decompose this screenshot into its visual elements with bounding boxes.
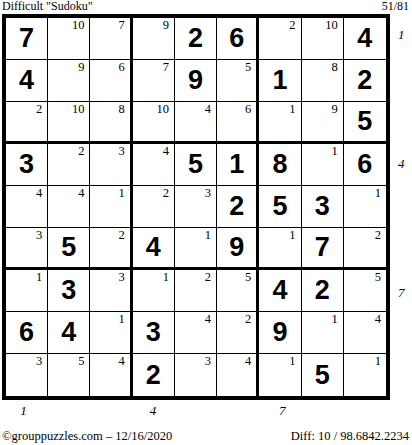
- cell-r7c7[interactable]: 4: [259, 270, 301, 312]
- cell-r8c3[interactable]: 1: [90, 312, 132, 354]
- pencil-mark: 1: [332, 145, 338, 158]
- cell-r5c5[interactable]: 3: [175, 186, 217, 228]
- solved-digit: 3: [6, 144, 47, 185]
- cell-r4c4[interactable]: 4: [133, 144, 175, 186]
- cell-r4c3[interactable]: 3: [90, 144, 132, 186]
- solved-digit: 2: [344, 60, 386, 101]
- cell-r7c2[interactable]: 3: [48, 270, 90, 312]
- cell-r3c3[interactable]: 8: [90, 102, 132, 144]
- cell-r5c8[interactable]: 3: [302, 186, 344, 228]
- cell-r3c7[interactable]: 1: [259, 102, 301, 144]
- sudoku-board: 7107926210449679518221081046195323451816…: [2, 14, 390, 400]
- cell-r9c8[interactable]: 5: [302, 354, 344, 396]
- col-marker-7: 7: [279, 404, 286, 418]
- solved-digit: 5: [175, 144, 216, 185]
- pencil-mark: 3: [205, 187, 211, 200]
- header: Difficult "Sudoku" 51/81: [2, 0, 409, 13]
- pencil-mark: 9: [332, 103, 338, 116]
- cell-r5c4[interactable]: 2: [133, 186, 175, 228]
- cell-r8c4[interactable]: 3: [133, 312, 175, 354]
- cell-r3c8[interactable]: 9: [302, 102, 344, 144]
- copyright-text: ©grouppuzzles.com – 12/16/2020: [2, 429, 172, 443]
- cell-r9c6[interactable]: 4: [217, 354, 259, 396]
- cell-r5c9[interactable]: 1: [344, 186, 386, 228]
- cell-r1c6[interactable]: 6: [217, 18, 259, 60]
- difficulty-text: Diff: 10 / 98.6842.2234: [291, 429, 409, 443]
- pencil-mark: 4: [118, 355, 124, 368]
- cell-r7c8[interactable]: 2: [302, 270, 344, 312]
- cell-r9c4[interactable]: 2: [133, 354, 175, 396]
- cell-r8c1[interactable]: 6: [6, 312, 48, 354]
- cell-r7c1[interactable]: 1: [6, 270, 48, 312]
- pencil-mark: 7: [163, 61, 169, 74]
- cell-r9c3[interactable]: 4: [90, 354, 132, 396]
- solved-digit: 6: [6, 312, 47, 353]
- cell-r8c5[interactable]: 4: [175, 312, 217, 354]
- cell-r4c5[interactable]: 5: [175, 144, 217, 186]
- cell-r9c2[interactable]: 5: [48, 354, 90, 396]
- solved-digit: 4: [6, 60, 47, 101]
- cell-r7c3[interactable]: 3: [90, 270, 132, 312]
- cell-r1c9[interactable]: 4: [344, 18, 386, 60]
- solved-digit: 2: [217, 186, 256, 227]
- pencil-mark: 5: [78, 355, 84, 368]
- solved-digit: 6: [217, 18, 256, 59]
- cell-r1c5[interactable]: 2: [175, 18, 217, 60]
- pencil-mark: 1: [289, 229, 295, 242]
- cell-r4c2[interactable]: 2: [48, 144, 90, 186]
- pencil-mark: 3: [118, 145, 124, 158]
- pencil-mark: 2: [205, 271, 211, 284]
- cell-r3c4[interactable]: 10: [133, 102, 175, 144]
- cell-r4c7[interactable]: 8: [259, 144, 301, 186]
- cell-r6c8[interactable]: 7: [302, 228, 344, 270]
- row-marker-4: 4: [398, 157, 405, 171]
- cell-r2c5[interactable]: 9: [175, 60, 217, 102]
- board-area: 7107926210449679518221081046195323451816…: [2, 14, 390, 400]
- pencil-mark: 5: [245, 271, 251, 284]
- solved-digit: 1: [259, 60, 300, 101]
- pencil-mark: 4: [163, 145, 169, 158]
- cell-r4c8[interactable]: 1: [302, 144, 344, 186]
- row-marker-1: 1: [398, 28, 405, 42]
- cell-r7c4[interactable]: 1: [133, 270, 175, 312]
- cell-r3c5[interactable]: 4: [175, 102, 217, 144]
- solved-digit: 5: [344, 102, 386, 141]
- cell-r2c9[interactable]: 2: [344, 60, 386, 102]
- col-marker-4: 4: [150, 404, 157, 418]
- pencil-mark: 2: [289, 19, 295, 32]
- cell-r2c1[interactable]: 4: [6, 60, 48, 102]
- pencil-mark: 8: [118, 103, 124, 116]
- cell-r7c5[interactable]: 2: [175, 270, 217, 312]
- pencil-mark: 8: [332, 61, 338, 74]
- pencil-mark: 3: [118, 271, 124, 284]
- page-title: Difficult "Sudoku": [2, 0, 93, 13]
- pencil-mark: 1: [36, 271, 42, 284]
- cell-r8c8[interactable]: 1: [302, 312, 344, 354]
- pencil-mark: 3: [36, 355, 42, 368]
- solved-digit: 2: [133, 354, 174, 396]
- cell-r1c8[interactable]: 10: [302, 18, 344, 60]
- solved-digit: 7: [6, 18, 47, 59]
- cell-r3c1[interactable]: 2: [6, 102, 48, 144]
- pencil-mark: 1: [205, 229, 211, 242]
- cell-r2c6[interactable]: 5: [217, 60, 259, 102]
- cell-r3c2[interactable]: 10: [48, 102, 90, 144]
- cell-r5c3[interactable]: 1: [90, 186, 132, 228]
- cell-r2c7[interactable]: 1: [259, 60, 301, 102]
- pencil-mark: 2: [118, 229, 124, 242]
- cell-r6c3[interactable]: 2: [90, 228, 132, 270]
- cell-r7c9[interactable]: 5: [344, 270, 386, 312]
- pencil-mark: 4: [36, 187, 42, 200]
- solved-digit: 5: [259, 186, 300, 227]
- cell-r6c2[interactable]: 5: [48, 228, 90, 270]
- cell-r6c1[interactable]: 3: [6, 228, 48, 270]
- pencil-mark: 4: [245, 355, 251, 368]
- cell-r6c4[interactable]: 4: [133, 228, 175, 270]
- pencil-mark: 1: [118, 313, 124, 326]
- footer: ©grouppuzzles.com – 12/16/2020 Diff: 10 …: [2, 429, 409, 443]
- row-marker-7: 7: [398, 286, 405, 300]
- solved-digit: 3: [133, 312, 174, 353]
- pencil-mark: 9: [163, 19, 169, 32]
- cell-r2c4[interactable]: 7: [133, 60, 175, 102]
- solved-digit: 4: [259, 270, 300, 311]
- pencil-mark: 2: [245, 313, 251, 326]
- pencil-mark: 4: [205, 313, 211, 326]
- cell-r1c7[interactable]: 2: [259, 18, 301, 60]
- solved-digit: 8: [259, 144, 300, 185]
- pencil-mark: 10: [156, 103, 169, 116]
- cell-r3c6[interactable]: 6: [217, 102, 259, 144]
- pencil-mark: 4: [78, 187, 84, 200]
- pencil-mark: 1: [375, 187, 381, 200]
- pencil-mark: 3: [205, 355, 211, 368]
- solved-digit: 4: [48, 312, 89, 353]
- pencil-mark: 5: [245, 61, 251, 74]
- solved-digit: 6: [344, 144, 386, 185]
- cell-r2c3[interactable]: 6: [90, 60, 132, 102]
- solved-digit: 7: [302, 228, 343, 267]
- pencil-mark: 2: [36, 103, 42, 116]
- cell-r1c4[interactable]: 9: [133, 18, 175, 60]
- cell-r9c9[interactable]: 1: [344, 354, 386, 396]
- pencil-mark: 7: [118, 19, 124, 32]
- cell-r9c5[interactable]: 3: [175, 354, 217, 396]
- pencil-mark: 2: [163, 187, 169, 200]
- pencil-mark: 10: [72, 103, 85, 116]
- solved-digit: 2: [302, 270, 343, 311]
- solved-digit: 3: [302, 186, 343, 227]
- cell-r3c9[interactable]: 5: [344, 102, 386, 144]
- pencil-mark: 1: [375, 355, 381, 368]
- pencil-mark: 1: [118, 187, 124, 200]
- cell-r4c9[interactable]: 6: [344, 144, 386, 186]
- cell-r5c1[interactable]: 4: [6, 186, 48, 228]
- solved-digit: 5: [302, 354, 343, 396]
- pencil-mark: 2: [375, 229, 381, 242]
- cell-r5c6[interactable]: 2: [217, 186, 259, 228]
- cell-r2c2[interactable]: 9: [48, 60, 90, 102]
- pencil-mark: 6: [118, 61, 124, 74]
- cell-r1c1[interactable]: 7: [6, 18, 48, 60]
- cell-r8c9[interactable]: 4: [344, 312, 386, 354]
- sudoku-page: Difficult "Sudoku" 51/81 710792621044967…: [0, 0, 412, 445]
- cell-r6c6[interactable]: 9: [217, 228, 259, 270]
- cell-r9c7[interactable]: 1: [259, 354, 301, 396]
- solved-digit: 2: [175, 18, 216, 59]
- pencil-mark: 5: [375, 271, 381, 284]
- col-marker-1: 1: [20, 404, 27, 418]
- cell-r1c3[interactable]: 7: [90, 18, 132, 60]
- pencil-mark: 10: [325, 19, 338, 32]
- cell-r5c7[interactable]: 5: [259, 186, 301, 228]
- solved-digit: 9: [259, 312, 300, 353]
- cell-r6c5[interactable]: 1: [175, 228, 217, 270]
- solved-digit: 9: [175, 60, 216, 101]
- pencil-mark: 4: [205, 103, 211, 116]
- pencil-mark: 1: [163, 271, 169, 284]
- cell-r8c2[interactable]: 4: [48, 312, 90, 354]
- pencil-mark: 6: [245, 103, 251, 116]
- cell-r8c7[interactable]: 9: [259, 312, 301, 354]
- cell-r6c9[interactable]: 2: [344, 228, 386, 270]
- cell-r4c6[interactable]: 1: [217, 144, 259, 186]
- pencil-mark: 2: [78, 145, 84, 158]
- pencil-mark: 1: [332, 313, 338, 326]
- solved-digit: 9: [217, 228, 256, 267]
- pencil-mark: 1: [289, 355, 295, 368]
- pencil-mark: 1: [289, 103, 295, 116]
- cell-r7c6[interactable]: 5: [217, 270, 259, 312]
- cell-r2c8[interactable]: 8: [302, 60, 344, 102]
- solved-digit: 1: [217, 144, 256, 185]
- solved-digit: 4: [133, 228, 174, 267]
- cell-r4c1[interactable]: 3: [6, 144, 48, 186]
- cell-r6c7[interactable]: 1: [259, 228, 301, 270]
- solved-digit: 5: [48, 228, 89, 267]
- pencil-mark: 4: [375, 313, 381, 326]
- cell-r8c6[interactable]: 2: [217, 312, 259, 354]
- cell-r1c2[interactable]: 10: [48, 18, 90, 60]
- pencil-mark: 3: [36, 229, 42, 242]
- pencil-mark: 9: [78, 61, 84, 74]
- cell-r9c1[interactable]: 3: [6, 354, 48, 396]
- pencil-mark: 10: [72, 19, 85, 32]
- progress-counter: 51/81: [382, 0, 409, 13]
- solved-digit: 3: [48, 270, 89, 311]
- cell-r5c2[interactable]: 4: [48, 186, 90, 228]
- solved-digit: 4: [344, 18, 386, 59]
